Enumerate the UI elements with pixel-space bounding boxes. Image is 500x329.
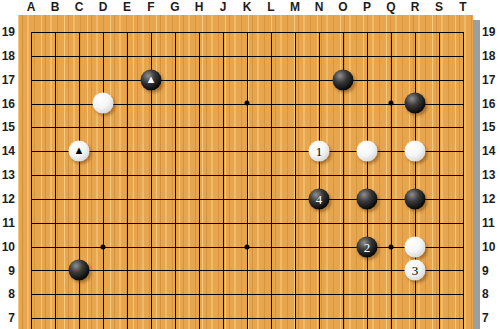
intersection-H14[interactable] (187, 139, 211, 163)
intersection-K17[interactable] (235, 68, 259, 92)
intersection-M14[interactable] (283, 139, 307, 163)
intersection-G7[interactable] (163, 306, 187, 329)
intersection-K8[interactable] (235, 282, 259, 306)
intersection-B10[interactable] (43, 235, 67, 259)
intersection-R10[interactable] (403, 235, 427, 259)
intersection-R19[interactable] (403, 20, 427, 44)
intersection-C7[interactable] (67, 306, 91, 329)
intersection-N7[interactable] (307, 306, 331, 329)
intersection-S12[interactable] (427, 187, 451, 211)
intersection-Q10[interactable] (379, 235, 403, 259)
intersection-R12[interactable] (403, 187, 427, 211)
intersection-C18[interactable] (67, 44, 91, 68)
intersection-B14[interactable] (43, 139, 67, 163)
intersection-A8[interactable] (19, 282, 43, 306)
intersection-C13[interactable] (67, 163, 91, 187)
intersection-A12[interactable] (19, 187, 43, 211)
intersection-E18[interactable] (115, 44, 139, 68)
column-label-S: S (427, 1, 451, 14)
intersection-A11[interactable] (19, 211, 43, 235)
intersection-F13[interactable] (139, 163, 163, 187)
intersection-N8[interactable] (307, 282, 331, 306)
intersection-J16[interactable] (211, 92, 235, 116)
intersection-J9[interactable] (211, 258, 235, 282)
intersection-T11[interactable] (451, 211, 475, 235)
intersection-J8[interactable] (211, 282, 235, 306)
intersection-S16[interactable] (427, 92, 451, 116)
intersection-P8[interactable] (355, 282, 379, 306)
intersection-M13[interactable] (283, 163, 307, 187)
intersection-D10[interactable] (91, 235, 115, 259)
intersection-L12[interactable] (259, 187, 283, 211)
intersection-G8[interactable] (163, 282, 187, 306)
intersection-M16[interactable] (283, 92, 307, 116)
row-label-right-10: 10 (482, 240, 500, 254)
intersection-S9[interactable] (427, 258, 451, 282)
intersection-T7[interactable] (451, 306, 475, 329)
intersection-K13[interactable] (235, 163, 259, 187)
intersection-L10[interactable] (259, 235, 283, 259)
intersection-R13[interactable] (403, 163, 427, 187)
intersection-M11[interactable] (283, 211, 307, 235)
column-label-N: N (307, 1, 331, 14)
intersection-D8[interactable] (91, 282, 115, 306)
intersection-G13[interactable] (163, 163, 187, 187)
intersection-D16[interactable] (91, 92, 115, 116)
intersection-O7[interactable] (331, 306, 355, 329)
row-label-right-11: 11 (482, 216, 500, 230)
intersection-K7[interactable] (235, 306, 259, 329)
intersection-M12[interactable] (283, 187, 307, 211)
intersection-E19[interactable] (115, 20, 139, 44)
intersection-F19[interactable] (139, 20, 163, 44)
intersection-P12[interactable] (355, 187, 379, 211)
intersection-S17[interactable] (427, 68, 451, 92)
intersection-H8[interactable] (187, 282, 211, 306)
column-label-B: B (43, 1, 67, 14)
intersection-C16[interactable] (67, 92, 91, 116)
intersection-G19[interactable] (163, 20, 187, 44)
intersection-G9[interactable] (163, 258, 187, 282)
intersection-O19[interactable] (331, 20, 355, 44)
intersection-J18[interactable] (211, 44, 235, 68)
intersection-A7[interactable] (19, 306, 43, 329)
row-label-left-14: 14 (0, 144, 15, 158)
intersection-K14[interactable] (235, 139, 259, 163)
column-label-A: A (19, 1, 43, 14)
column-label-J: J (211, 1, 235, 14)
intersection-C14[interactable]: ▲ (67, 139, 91, 163)
intersection-O13[interactable] (331, 163, 355, 187)
intersection-M15[interactable] (283, 115, 307, 139)
intersection-D13[interactable] (91, 163, 115, 187)
intersection-T19[interactable] (451, 20, 475, 44)
intersection-Q15[interactable] (379, 115, 403, 139)
intersection-S11[interactable] (427, 211, 451, 235)
intersection-K19[interactable] (235, 20, 259, 44)
black-stone-F17: ▲ (141, 69, 162, 90)
intersection-K15[interactable] (235, 115, 259, 139)
intersection-N18[interactable] (307, 44, 331, 68)
row-label-right-17: 17 (482, 73, 500, 87)
intersection-J7[interactable] (211, 306, 235, 329)
intersection-L8[interactable] (259, 282, 283, 306)
intersection-P14[interactable] (355, 139, 379, 163)
intersection-P19[interactable] (355, 20, 379, 44)
intersection-Q8[interactable] (379, 282, 403, 306)
intersection-A15[interactable] (19, 115, 43, 139)
intersection-J15[interactable] (211, 115, 235, 139)
intersection-P18[interactable] (355, 44, 379, 68)
intersection-A18[interactable] (19, 44, 43, 68)
row-label-left-9: 9 (0, 264, 15, 278)
intersection-G18[interactable] (163, 44, 187, 68)
intersection-Q11[interactable] (379, 211, 403, 235)
intersection-T15[interactable] (451, 115, 475, 139)
intersection-O14[interactable] (331, 139, 355, 163)
intersection-C17[interactable] (67, 68, 91, 92)
intersection-H17[interactable] (187, 68, 211, 92)
intersection-L11[interactable] (259, 211, 283, 235)
intersection-D19[interactable] (91, 20, 115, 44)
intersection-H12[interactable] (187, 187, 211, 211)
intersection-Q9[interactable] (379, 258, 403, 282)
intersection-S14[interactable] (427, 139, 451, 163)
intersection-L13[interactable] (259, 163, 283, 187)
intersection-H16[interactable] (187, 92, 211, 116)
intersection-N12[interactable]: 4 (307, 187, 331, 211)
intersection-C10[interactable] (67, 235, 91, 259)
intersection-H18[interactable] (187, 44, 211, 68)
intersection-B17[interactable] (43, 68, 67, 92)
intersection-T14[interactable] (451, 139, 475, 163)
intersection-G11[interactable] (163, 211, 187, 235)
intersection-R8[interactable] (403, 282, 427, 306)
intersection-S13[interactable] (427, 163, 451, 187)
intersection-B18[interactable] (43, 44, 67, 68)
intersection-O15[interactable] (331, 115, 355, 139)
intersection-S8[interactable] (427, 282, 451, 306)
intersection-J13[interactable] (211, 163, 235, 187)
intersection-Q12[interactable] (379, 187, 403, 211)
intersection-P10[interactable]: 2 (355, 235, 379, 259)
intersection-F12[interactable] (139, 187, 163, 211)
white-stone-D16 (93, 93, 114, 114)
intersection-M7[interactable] (283, 306, 307, 329)
intersection-D9[interactable] (91, 258, 115, 282)
column-label-R: R (403, 1, 427, 14)
intersection-F16[interactable] (139, 92, 163, 116)
intersection-N13[interactable] (307, 163, 331, 187)
intersection-L7[interactable] (259, 306, 283, 329)
intersection-B13[interactable] (43, 163, 67, 187)
intersection-S15[interactable] (427, 115, 451, 139)
go-board-diagram: ▲▲1423 ABCDEFGHJKLMNOPQRST19191818171716… (0, 0, 500, 329)
intersection-B8[interactable] (43, 282, 67, 306)
white-stone-P14 (357, 141, 378, 162)
intersection-C8[interactable] (67, 282, 91, 306)
intersection-R9[interactable]: 3 (403, 258, 427, 282)
column-label-E: E (115, 1, 139, 14)
row-label-left-16: 16 (0, 97, 15, 111)
intersection-A19[interactable] (19, 20, 43, 44)
row-label-right-19: 19 (482, 25, 500, 39)
row-label-left-18: 18 (0, 49, 15, 63)
intersection-O10[interactable] (331, 235, 355, 259)
intersection-D15[interactable] (91, 115, 115, 139)
intersection-B15[interactable] (43, 115, 67, 139)
column-label-F: F (139, 1, 163, 14)
intersection-M9[interactable] (283, 258, 307, 282)
intersection-P11[interactable] (355, 211, 379, 235)
intersection-F7[interactable] (139, 306, 163, 329)
intersection-M19[interactable] (283, 20, 307, 44)
intersection-O11[interactable] (331, 211, 355, 235)
intersection-S18[interactable] (427, 44, 451, 68)
intersection-L15[interactable] (259, 115, 283, 139)
intersection-A10[interactable] (19, 235, 43, 259)
intersection-S7[interactable] (427, 306, 451, 329)
white-stone-R9: 3 (405, 260, 426, 281)
intersection-T8[interactable] (451, 282, 475, 306)
intersection-N17[interactable] (307, 68, 331, 92)
intersection-S10[interactable] (427, 235, 451, 259)
intersection-Q18[interactable] (379, 44, 403, 68)
intersection-E7[interactable] (115, 306, 139, 329)
intersection-R18[interactable] (403, 44, 427, 68)
star-point-K16 (245, 101, 250, 106)
intersection-L14[interactable] (259, 139, 283, 163)
black-stone-P10: 2 (357, 236, 378, 257)
intersection-O12[interactable] (331, 187, 355, 211)
intersection-K16[interactable] (235, 92, 259, 116)
intersection-R17[interactable] (403, 68, 427, 92)
intersection-K12[interactable] (235, 187, 259, 211)
intersection-E15[interactable] (115, 115, 139, 139)
column-label-G: G (163, 1, 187, 14)
column-label-O: O (331, 1, 355, 14)
intersection-E14[interactable] (115, 139, 139, 163)
intersection-P16[interactable] (355, 92, 379, 116)
intersection-Q16[interactable] (379, 92, 403, 116)
intersection-E17[interactable] (115, 68, 139, 92)
intersection-B7[interactable] (43, 306, 67, 329)
white-stone-N14: 1 (309, 141, 330, 162)
intersection-E9[interactable] (115, 258, 139, 282)
intersection-E11[interactable] (115, 211, 139, 235)
intersection-G12[interactable] (163, 187, 187, 211)
triangle-marker: ▲ (74, 145, 85, 156)
intersection-R11[interactable] (403, 211, 427, 235)
intersection-D12[interactable] (91, 187, 115, 211)
intersection-H7[interactable] (187, 306, 211, 329)
intersection-J17[interactable] (211, 68, 235, 92)
intersection-D14[interactable] (91, 139, 115, 163)
column-label-Q: Q (379, 1, 403, 14)
intersection-E16[interactable] (115, 92, 139, 116)
intersection-F14[interactable] (139, 139, 163, 163)
intersection-B12[interactable] (43, 187, 67, 211)
intersection-T18[interactable] (451, 44, 475, 68)
intersection-C11[interactable] (67, 211, 91, 235)
intersection-D11[interactable] (91, 211, 115, 235)
column-label-H: H (187, 1, 211, 14)
intersection-C15[interactable] (67, 115, 91, 139)
intersection-H15[interactable] (187, 115, 211, 139)
intersection-H13[interactable] (187, 163, 211, 187)
intersection-K11[interactable] (235, 211, 259, 235)
black-stone-N12: 4 (309, 188, 330, 209)
intersection-Q14[interactable] (379, 139, 403, 163)
intersection-L17[interactable] (259, 68, 283, 92)
intersection-Q7[interactable] (379, 306, 403, 329)
intersection-O18[interactable] (331, 44, 355, 68)
intersection-T12[interactable] (451, 187, 475, 211)
star-point-Q10 (389, 244, 394, 249)
intersection-E12[interactable] (115, 187, 139, 211)
intersection-L19[interactable] (259, 20, 283, 44)
intersection-A16[interactable] (19, 92, 43, 116)
star-point-D10 (101, 244, 106, 249)
intersection-P15[interactable] (355, 115, 379, 139)
row-label-left-11: 11 (0, 216, 15, 230)
intersection-G16[interactable] (163, 92, 187, 116)
intersection-L16[interactable] (259, 92, 283, 116)
intersection-T10[interactable] (451, 235, 475, 259)
intersection-C12[interactable] (67, 187, 91, 211)
row-label-right-12: 12 (482, 192, 500, 206)
intersection-L9[interactable] (259, 258, 283, 282)
intersection-T13[interactable] (451, 163, 475, 187)
intersection-F17[interactable]: ▲ (139, 68, 163, 92)
intersection-O9[interactable] (331, 258, 355, 282)
intersection-N9[interactable] (307, 258, 331, 282)
intersection-B11[interactable] (43, 211, 67, 235)
intersection-P7[interactable] (355, 306, 379, 329)
intersection-F8[interactable] (139, 282, 163, 306)
intersection-F10[interactable] (139, 235, 163, 259)
intersection-G14[interactable] (163, 139, 187, 163)
intersection-N16[interactable] (307, 92, 331, 116)
intersection-H11[interactable] (187, 211, 211, 235)
intersection-J10[interactable] (211, 235, 235, 259)
intersection-J12[interactable] (211, 187, 235, 211)
intersection-P9[interactable] (355, 258, 379, 282)
intersection-E13[interactable] (115, 163, 139, 187)
row-label-right-8: 8 (482, 287, 500, 301)
column-label-P: P (355, 1, 379, 14)
intersection-K18[interactable] (235, 44, 259, 68)
intersection-N11[interactable] (307, 211, 331, 235)
intersection-E10[interactable] (115, 235, 139, 259)
intersection-N19[interactable] (307, 20, 331, 44)
row-label-left-10: 10 (0, 240, 15, 254)
row-label-right-7: 7 (482, 311, 500, 325)
intersection-D17[interactable] (91, 68, 115, 92)
intersection-F11[interactable] (139, 211, 163, 235)
intersection-A17[interactable] (19, 68, 43, 92)
intersection-A9[interactable] (19, 258, 43, 282)
intersection-O8[interactable] (331, 282, 355, 306)
intersection-E8[interactable] (115, 282, 139, 306)
row-label-left-17: 17 (0, 73, 15, 87)
intersection-H10[interactable] (187, 235, 211, 259)
intersection-G17[interactable] (163, 68, 187, 92)
white-stone-C14: ▲ (69, 141, 90, 162)
intersection-C9[interactable] (67, 258, 91, 282)
move-number: 4 (316, 192, 323, 205)
column-label-T: T (451, 1, 475, 14)
intersection-R15[interactable] (403, 115, 427, 139)
intersection-G10[interactable] (163, 235, 187, 259)
intersection-P17[interactable] (355, 68, 379, 92)
intersection-J19[interactable] (211, 20, 235, 44)
intersection-L18[interactable] (259, 44, 283, 68)
intersection-R14[interactable] (403, 139, 427, 163)
intersection-J11[interactable] (211, 211, 235, 235)
intersection-B9[interactable] (43, 258, 67, 282)
row-label-left-8: 8 (0, 287, 15, 301)
intersection-Q17[interactable] (379, 68, 403, 92)
intersection-G15[interactable] (163, 115, 187, 139)
intersection-B16[interactable] (43, 92, 67, 116)
move-number: 3 (412, 264, 419, 277)
intersection-S19[interactable] (427, 20, 451, 44)
row-label-right-14: 14 (482, 144, 500, 158)
intersection-T17[interactable] (451, 68, 475, 92)
intersection-Q13[interactable] (379, 163, 403, 187)
intersection-H19[interactable] (187, 20, 211, 44)
intersection-F9[interactable] (139, 258, 163, 282)
intersection-N15[interactable] (307, 115, 331, 139)
intersection-M17[interactable] (283, 68, 307, 92)
intersection-O16[interactable] (331, 92, 355, 116)
intersection-P13[interactable] (355, 163, 379, 187)
intersection-H9[interactable] (187, 258, 211, 282)
intersection-D7[interactable] (91, 306, 115, 329)
intersection-A14[interactable] (19, 139, 43, 163)
intersection-K10[interactable] (235, 235, 259, 259)
intersection-N10[interactable] (307, 235, 331, 259)
column-label-D: D (91, 1, 115, 14)
intersection-Q19[interactable] (379, 20, 403, 44)
triangle-marker: ▲ (146, 74, 157, 85)
intersection-K9[interactable] (235, 258, 259, 282)
intersection-C19[interactable] (67, 20, 91, 44)
intersection-A13[interactable] (19, 163, 43, 187)
intersection-J14[interactable] (211, 139, 235, 163)
intersection-F15[interactable] (139, 115, 163, 139)
row-label-right-13: 13 (482, 168, 500, 182)
black-stone-C9 (69, 260, 90, 281)
row-label-left-15: 15 (0, 120, 15, 134)
intersection-O17[interactable] (331, 68, 355, 92)
intersection-D18[interactable] (91, 44, 115, 68)
intersection-N14[interactable]: 1 (307, 139, 331, 163)
row-label-left-19: 19 (0, 25, 15, 39)
intersection-M18[interactable] (283, 44, 307, 68)
intersection-M10[interactable] (283, 235, 307, 259)
intersection-R16[interactable] (403, 92, 427, 116)
intersection-M8[interactable] (283, 282, 307, 306)
row-label-right-18: 18 (482, 49, 500, 63)
intersection-T16[interactable] (451, 92, 475, 116)
star-point-Q16 (389, 101, 394, 106)
intersection-B19[interactable] (43, 20, 67, 44)
intersection-F18[interactable] (139, 44, 163, 68)
intersection-T9[interactable] (451, 258, 475, 282)
intersection-R7[interactable] (403, 306, 427, 329)
